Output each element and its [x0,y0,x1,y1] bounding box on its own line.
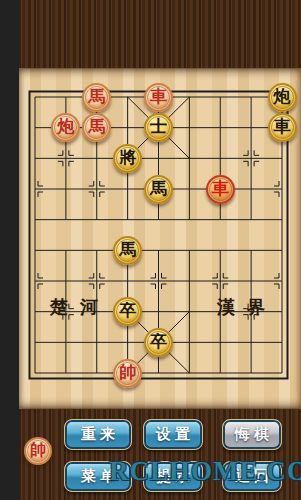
piece-red-chariot[interactable]: 車 [144,83,173,112]
piece-glyph: 馬 [88,118,105,135]
piece-black-cannon[interactable]: 炮 [268,83,297,112]
piece-glyph: 將 [119,149,136,166]
piece-glyph: 炮 [57,118,74,135]
turn-indicator-glyph: 帥 [30,442,46,458]
piece-glyph: 帥 [119,364,136,381]
settings-button[interactable]: 设置 [143,419,203,450]
piece-glyph: 馬 [150,180,167,197]
piece-red-horse[interactable]: 馬 [82,83,111,112]
piece-red-chariot[interactable]: 車 [206,175,235,204]
piece-glyph: 炮 [274,88,291,105]
piece-black-advisor[interactable]: 士 [144,113,173,142]
restart-button[interactable]: 重来 [64,419,132,450]
undo-button[interactable]: 悔棋 [222,419,282,450]
piece-glyph: 卒 [150,333,167,350]
piece-red-general[interactable]: 帥 [113,359,142,388]
piece-glyph: 卒 [119,302,136,319]
piece-glyph: 馬 [119,241,136,258]
menu-button[interactable]: 菜单 [64,461,132,492]
hint-button[interactable]: 提示 [143,461,203,492]
piece-glyph: 車 [274,118,291,135]
xiangqi-board: 楚河 漢界 馬車炮炮馬士車將馬車馬卒卒帥 [19,68,301,409]
river-label-left: 楚河 [50,295,110,319]
back-button[interactable]: 返回 [222,461,282,492]
piece-black-chariot[interactable]: 車 [268,113,297,142]
piece-black-general[interactable]: 將 [113,144,142,173]
piece-glyph: 馬 [88,88,105,105]
river-label-right: 漢界 [217,295,277,319]
xiangqi-app-screen: 楚河 漢界 馬車炮炮馬士車將馬車馬卒卒帥 帥 重来设置悔棋菜单提示返回 RCLH… [19,0,301,500]
piece-black-soldier[interactable]: 卒 [144,328,173,357]
piece-black-horse[interactable]: 馬 [144,175,173,204]
piece-black-horse[interactable]: 馬 [113,236,142,265]
piece-glyph: 車 [150,88,167,105]
piece-glyph: 車 [212,180,229,197]
piece-glyph: 士 [150,118,167,135]
turn-indicator-red-general: 帥 [24,437,52,465]
